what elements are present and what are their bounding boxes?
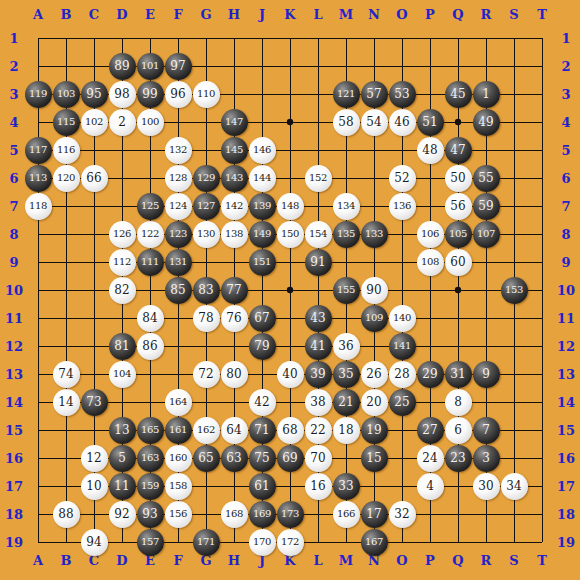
stone-J14-move-42: 42 (249, 389, 276, 416)
stone-O6-move-52: 52 (389, 165, 416, 192)
row-label-right-19: 19 (552, 528, 580, 556)
row-label-right-10: 10 (552, 276, 580, 304)
stone-E3-move-99: 99 (137, 81, 164, 108)
stone-O14-move-25: 25 (389, 389, 416, 416)
stone-M12-move-36: 36 (333, 333, 360, 360)
stone-F14-move-164: 164 (165, 389, 192, 416)
stone-O3-move-53: 53 (389, 81, 416, 108)
stone-J17-move-61: 61 (249, 473, 276, 500)
row-label-right-12: 12 (552, 332, 580, 360)
stone-D3-move-98: 98 (109, 81, 136, 108)
stone-J18-move-169: 169 (249, 501, 276, 528)
stone-Q5-move-47: 47 (445, 137, 472, 164)
row-label-right-17: 17 (552, 472, 580, 500)
stone-Q15-move-6: 6 (445, 417, 472, 444)
stones-grid[interactable]: 1234567891011121314151617181920212223242… (24, 24, 556, 556)
stone-E11-move-84: 84 (137, 305, 164, 332)
stone-D4-move-2: 2 (109, 109, 136, 136)
row-labels-right: 12345678910111213141516171819 (552, 24, 580, 556)
stone-P8-move-106: 106 (417, 221, 444, 248)
stone-N14-move-20: 20 (361, 389, 388, 416)
stone-B5-move-116: 116 (53, 137, 80, 164)
stone-D2-move-89: 89 (109, 53, 136, 80)
stone-O18-move-32: 32 (389, 501, 416, 528)
stone-F16-move-160: 160 (165, 445, 192, 472)
stone-M3-move-121: 121 (333, 81, 360, 108)
stone-G10-move-83: 83 (193, 277, 220, 304)
stone-H4-move-147: 147 (221, 109, 248, 136)
stone-E12-move-86: 86 (137, 333, 164, 360)
stone-F9-move-131: 131 (165, 249, 192, 276)
stone-H13-move-80: 80 (221, 361, 248, 388)
stone-L17-move-16: 16 (305, 473, 332, 500)
stone-F6-move-128: 128 (165, 165, 192, 192)
stone-Q6-move-50: 50 (445, 165, 472, 192)
stone-G16-move-65: 65 (193, 445, 220, 472)
stone-L9-move-91: 91 (305, 249, 332, 276)
stone-L11-move-43: 43 (305, 305, 332, 332)
stone-D16-move-5: 5 (109, 445, 136, 472)
stone-J19-move-170: 170 (249, 529, 276, 556)
stone-D18-move-92: 92 (109, 501, 136, 528)
stone-A6-move-113: 113 (25, 165, 52, 192)
stone-H8-move-138: 138 (221, 221, 248, 248)
stone-H16-move-63: 63 (221, 445, 248, 472)
stone-E8-move-122: 122 (137, 221, 164, 248)
stone-G15-move-162: 162 (193, 417, 220, 444)
stone-P15-move-27: 27 (417, 417, 444, 444)
stone-F8-move-123: 123 (165, 221, 192, 248)
stone-O7-move-136: 136 (389, 193, 416, 220)
stone-C4-move-102: 102 (81, 109, 108, 136)
stone-D10-move-82: 82 (109, 277, 136, 304)
stone-N13-move-26: 26 (361, 361, 388, 388)
row-label-right-7: 7 (552, 192, 580, 220)
stone-N19-move-167: 167 (361, 529, 388, 556)
stone-K7-move-148: 148 (277, 193, 304, 220)
row-label-right-15: 15 (552, 416, 580, 444)
stone-D8-move-126: 126 (109, 221, 136, 248)
stone-J6-move-144: 144 (249, 165, 276, 192)
stone-C6-move-66: 66 (81, 165, 108, 192)
stone-J5-move-146: 146 (249, 137, 276, 164)
row-label-right-9: 9 (552, 248, 580, 276)
row-label-right-3: 3 (552, 80, 580, 108)
stone-M10-move-155: 155 (333, 277, 360, 304)
stone-Q16-move-23: 23 (445, 445, 472, 472)
stone-H5-move-145: 145 (221, 137, 248, 164)
stone-M14-move-21: 21 (333, 389, 360, 416)
stone-J16-move-75: 75 (249, 445, 276, 472)
stone-P17-move-4: 4 (417, 473, 444, 500)
stone-A5-move-117: 117 (25, 137, 52, 164)
stone-P13-move-29: 29 (417, 361, 444, 388)
stone-E19-move-157: 157 (137, 529, 164, 556)
stone-B4-move-115: 115 (53, 109, 80, 136)
stone-E9-move-111: 111 (137, 249, 164, 276)
stone-E18-move-93: 93 (137, 501, 164, 528)
stone-G8-move-130: 130 (193, 221, 220, 248)
stone-M18-move-166: 166 (333, 501, 360, 528)
stone-B13-move-74: 74 (53, 361, 80, 388)
stone-E15-move-165: 165 (137, 417, 164, 444)
stone-M15-move-18: 18 (333, 417, 360, 444)
stone-S10-move-153: 153 (501, 277, 528, 304)
stone-A7-move-118: 118 (25, 193, 52, 220)
stone-R16-move-3: 3 (473, 445, 500, 472)
stone-F2-move-97: 97 (165, 53, 192, 80)
stone-L14-move-38: 38 (305, 389, 332, 416)
stone-D12-move-81: 81 (109, 333, 136, 360)
stone-Q13-move-31: 31 (445, 361, 472, 388)
stone-L12-move-41: 41 (305, 333, 332, 360)
stone-Q8-move-105: 105 (445, 221, 472, 248)
stone-R3-move-1: 1 (473, 81, 500, 108)
stone-B18-move-88: 88 (53, 501, 80, 528)
row-label-right-13: 13 (552, 360, 580, 388)
stone-F7-move-124: 124 (165, 193, 192, 220)
stone-A3-move-119: 119 (25, 81, 52, 108)
row-label-right-8: 8 (552, 220, 580, 248)
stone-G3-move-110: 110 (193, 81, 220, 108)
stone-N4-move-54: 54 (361, 109, 388, 136)
stone-F5-move-132: 132 (165, 137, 192, 164)
stone-F10-move-85: 85 (165, 277, 192, 304)
stone-H10-move-77: 77 (221, 277, 248, 304)
stone-C14-move-73: 73 (81, 389, 108, 416)
stone-D13-move-104: 104 (109, 361, 136, 388)
stone-K15-move-68: 68 (277, 417, 304, 444)
row-label-right-2: 2 (552, 52, 580, 80)
stone-K18-move-173: 173 (277, 501, 304, 528)
stone-D15-move-13: 13 (109, 417, 136, 444)
stone-P9-move-108: 108 (417, 249, 444, 276)
stone-J11-move-67: 67 (249, 305, 276, 332)
stone-C16-move-12: 12 (81, 445, 108, 472)
stone-C17-move-10: 10 (81, 473, 108, 500)
stone-M13-move-35: 35 (333, 361, 360, 388)
stone-R7-move-59: 59 (473, 193, 500, 220)
stone-M17-move-33: 33 (333, 473, 360, 500)
stone-N10-move-90: 90 (361, 277, 388, 304)
stone-N15-move-19: 19 (361, 417, 388, 444)
stone-R6-move-55: 55 (473, 165, 500, 192)
row-label-right-5: 5 (552, 136, 580, 164)
stone-J8-move-149: 149 (249, 221, 276, 248)
stone-L13-move-39: 39 (305, 361, 332, 388)
stone-J9-move-151: 151 (249, 249, 276, 276)
stone-E4-move-100: 100 (137, 109, 164, 136)
stone-N11-move-109: 109 (361, 305, 388, 332)
stone-G13-move-72: 72 (193, 361, 220, 388)
stone-Q9-move-60: 60 (445, 249, 472, 276)
stone-K19-move-172: 172 (277, 529, 304, 556)
stone-E16-move-163: 163 (137, 445, 164, 472)
stone-G19-move-171: 171 (193, 529, 220, 556)
stone-Q3-move-45: 45 (445, 81, 472, 108)
stone-C19-move-94: 94 (81, 529, 108, 556)
row-label-right-18: 18 (552, 500, 580, 528)
stone-L6-move-152: 152 (305, 165, 332, 192)
stone-K13-move-40: 40 (277, 361, 304, 388)
stone-R13-move-9: 9 (473, 361, 500, 388)
stone-Q14-move-8: 8 (445, 389, 472, 416)
stone-J12-move-79: 79 (249, 333, 276, 360)
stone-L15-move-22: 22 (305, 417, 332, 444)
stone-R17-move-30: 30 (473, 473, 500, 500)
stone-P5-move-48: 48 (417, 137, 444, 164)
stone-J15-move-71: 71 (249, 417, 276, 444)
stone-O4-move-46: 46 (389, 109, 416, 136)
stone-D9-move-112: 112 (109, 249, 136, 276)
stone-O11-move-140: 140 (389, 305, 416, 332)
row-label-right-14: 14 (552, 388, 580, 416)
stone-E2-move-101: 101 (137, 53, 164, 80)
stone-O12-move-141: 141 (389, 333, 416, 360)
stone-H11-move-76: 76 (221, 305, 248, 332)
stone-L16-move-70: 70 (305, 445, 332, 472)
stone-G7-move-127: 127 (193, 193, 220, 220)
stone-N18-move-17: 17 (361, 501, 388, 528)
stone-D17-move-11: 11 (109, 473, 136, 500)
stone-S17-move-34: 34 (501, 473, 528, 500)
stone-N3-move-57: 57 (361, 81, 388, 108)
stone-F15-move-161: 161 (165, 417, 192, 444)
stone-N8-move-133: 133 (361, 221, 388, 248)
stone-N16-move-15: 15 (361, 445, 388, 472)
stone-R4-move-49: 49 (473, 109, 500, 136)
stone-M8-move-135: 135 (333, 221, 360, 248)
row-label-right-16: 16 (552, 444, 580, 472)
stone-E7-move-125: 125 (137, 193, 164, 220)
row-label-right-4: 4 (552, 108, 580, 136)
stone-F17-move-158: 158 (165, 473, 192, 500)
stone-H7-move-142: 142 (221, 193, 248, 220)
stone-F3-move-96: 96 (165, 81, 192, 108)
stone-G6-move-129: 129 (193, 165, 220, 192)
stone-C3-move-95: 95 (81, 81, 108, 108)
stone-P16-move-24: 24 (417, 445, 444, 472)
stone-B3-move-103: 103 (53, 81, 80, 108)
stone-M4-move-58: 58 (333, 109, 360, 136)
row-label-right-1: 1 (552, 24, 580, 52)
stone-M7-move-134: 134 (333, 193, 360, 220)
stone-R15-move-7: 7 (473, 417, 500, 444)
stone-L8-move-154: 154 (305, 221, 332, 248)
stone-G11-move-78: 78 (193, 305, 220, 332)
row-label-right-6: 6 (552, 164, 580, 192)
stone-Q7-move-56: 56 (445, 193, 472, 220)
stone-J7-move-139: 139 (249, 193, 276, 220)
stone-E17-move-159: 159 (137, 473, 164, 500)
stone-O13-move-28: 28 (389, 361, 416, 388)
stone-K16-move-69: 69 (277, 445, 304, 472)
stone-R8-move-107: 107 (473, 221, 500, 248)
stone-B14-move-14: 14 (53, 389, 80, 416)
row-label-right-11: 11 (552, 304, 580, 332)
stone-F18-move-156: 156 (165, 501, 192, 528)
stone-B6-move-120: 120 (53, 165, 80, 192)
stone-K8-move-150: 150 (277, 221, 304, 248)
stone-H15-move-64: 64 (221, 417, 248, 444)
stone-H18-move-168: 168 (221, 501, 248, 528)
stone-P4-move-51: 51 (417, 109, 444, 136)
stone-H6-move-143: 143 (221, 165, 248, 192)
go-board: ABCDEFGHJKLMNOPQRST ABCDEFGHJKLMNOPQRST … (0, 0, 580, 580)
